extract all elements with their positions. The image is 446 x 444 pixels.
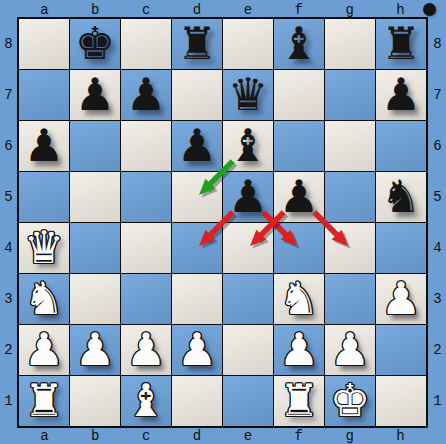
black-pawn[interactable]: ♟ xyxy=(75,70,115,120)
white-bishop[interactable]: ♝ xyxy=(126,376,166,426)
square-b5[interactable] xyxy=(70,172,120,222)
square-g1[interactable]: ♚ xyxy=(325,376,375,426)
square-d1[interactable] xyxy=(172,376,222,426)
square-h2[interactable] xyxy=(376,325,426,375)
rank-label-4-right: 4 xyxy=(429,223,446,274)
square-h4[interactable] xyxy=(376,223,426,273)
square-g2[interactable]: ♟ xyxy=(325,325,375,375)
square-c5[interactable] xyxy=(121,172,171,222)
square-b7[interactable]: ♟ xyxy=(70,70,120,120)
square-a1[interactable]: ♜ xyxy=(19,376,69,426)
square-c1[interactable]: ♝ xyxy=(121,376,171,426)
white-pawn[interactable]: ♟ xyxy=(126,325,166,375)
square-g6[interactable] xyxy=(325,121,375,171)
black-bishop[interactable]: ♝ xyxy=(228,121,268,171)
square-e2[interactable] xyxy=(223,325,273,375)
black-pawn[interactable]: ♟ xyxy=(126,70,166,120)
square-f2[interactable]: ♟ xyxy=(274,325,324,375)
square-h8[interactable]: ♜ xyxy=(376,19,426,69)
square-a2[interactable]: ♟ xyxy=(19,325,69,375)
square-c7[interactable]: ♟ xyxy=(121,70,171,120)
square-g3[interactable] xyxy=(325,274,375,324)
square-a4[interactable]: ♛ xyxy=(19,223,69,273)
file-label-a-bottom: a xyxy=(19,427,70,444)
rank-label-6-left: 6 xyxy=(0,121,17,172)
square-d3[interactable] xyxy=(172,274,222,324)
square-a8[interactable] xyxy=(19,19,69,69)
black-queen[interactable]: ♛ xyxy=(228,70,268,120)
rank-label-6-right: 6 xyxy=(429,121,446,172)
rank-labels-left: 87654321 xyxy=(0,19,17,426)
white-queen[interactable]: ♛ xyxy=(24,223,64,273)
chess-board: ♚♜♝♜♟♟♛♟♟♟♝♟♟♞♛♞♞♟♟♟♟♟♟♟♜♝♜♚ xyxy=(17,17,428,428)
black-pawn[interactable]: ♟ xyxy=(279,172,319,222)
white-knight[interactable]: ♞ xyxy=(24,274,64,324)
black-bishop[interactable]: ♝ xyxy=(279,19,319,69)
white-pawn[interactable]: ♟ xyxy=(24,325,64,375)
square-d6[interactable]: ♟ xyxy=(172,121,222,171)
square-e1[interactable] xyxy=(223,376,273,426)
file-label-h-top: h xyxy=(375,1,426,18)
square-d2[interactable]: ♟ xyxy=(172,325,222,375)
file-labels-top: abcdefgh xyxy=(19,1,426,18)
black-king[interactable]: ♚ xyxy=(75,19,115,69)
square-h3[interactable]: ♟ xyxy=(376,274,426,324)
square-d5[interactable] xyxy=(172,172,222,222)
square-c2[interactable]: ♟ xyxy=(121,325,171,375)
chess-diagram: abcdefgh 87654321 87654321 ♚♜♝♜♟♟♛♟♟♟♝♟♟… xyxy=(0,0,446,444)
square-e8[interactable] xyxy=(223,19,273,69)
square-c3[interactable] xyxy=(121,274,171,324)
rank-labels-right: 87654321 xyxy=(429,19,446,426)
black-pawn[interactable]: ♟ xyxy=(381,70,421,120)
file-label-b-top: b xyxy=(70,1,121,18)
square-g7[interactable] xyxy=(325,70,375,120)
white-knight[interactable]: ♞ xyxy=(279,274,319,324)
square-d8[interactable]: ♜ xyxy=(172,19,222,69)
file-label-d-bottom: d xyxy=(172,427,223,444)
square-c4[interactable] xyxy=(121,223,171,273)
square-h5[interactable]: ♞ xyxy=(376,172,426,222)
black-pawn[interactable]: ♟ xyxy=(177,121,217,171)
black-rook[interactable]: ♜ xyxy=(177,19,217,69)
white-pawn[interactable]: ♟ xyxy=(330,325,370,375)
square-b6[interactable] xyxy=(70,121,120,171)
square-e7[interactable]: ♛ xyxy=(223,70,273,120)
square-e3[interactable] xyxy=(223,274,273,324)
file-label-d-top: d xyxy=(172,1,223,18)
square-b2[interactable]: ♟ xyxy=(70,325,120,375)
rank-label-2-right: 2 xyxy=(429,324,446,375)
file-label-f-top: f xyxy=(273,1,324,18)
file-label-g-bottom: g xyxy=(324,427,375,444)
black-knight[interactable]: ♞ xyxy=(381,172,421,222)
rank-label-3-right: 3 xyxy=(429,273,446,324)
square-e4[interactable] xyxy=(223,223,273,273)
file-label-a-top: a xyxy=(19,1,70,18)
file-labels-bottom: abcdefgh xyxy=(19,427,426,444)
square-b3[interactable] xyxy=(70,274,120,324)
square-f8[interactable]: ♝ xyxy=(274,19,324,69)
square-d4[interactable] xyxy=(172,223,222,273)
white-king[interactable]: ♚ xyxy=(330,376,370,426)
square-a5[interactable] xyxy=(19,172,69,222)
rank-label-5-left: 5 xyxy=(0,172,17,223)
square-f4[interactable] xyxy=(274,223,324,273)
rank-label-8-right: 8 xyxy=(429,19,446,70)
white-rook[interactable]: ♜ xyxy=(24,376,64,426)
white-pawn[interactable]: ♟ xyxy=(381,274,421,324)
rank-label-1-right: 1 xyxy=(429,375,446,426)
square-e5[interactable]: ♟ xyxy=(223,172,273,222)
white-pawn[interactable]: ♟ xyxy=(279,325,319,375)
square-g4[interactable] xyxy=(325,223,375,273)
file-label-c-bottom: c xyxy=(121,427,172,444)
square-g5[interactable] xyxy=(325,172,375,222)
square-b1[interactable] xyxy=(70,376,120,426)
square-e6[interactable]: ♝ xyxy=(223,121,273,171)
square-h1[interactable] xyxy=(376,376,426,426)
rank-label-7-left: 7 xyxy=(0,70,17,121)
square-b4[interactable] xyxy=(70,223,120,273)
square-h7[interactable]: ♟ xyxy=(376,70,426,120)
square-h6[interactable] xyxy=(376,121,426,171)
square-c6[interactable] xyxy=(121,121,171,171)
square-a3[interactable]: ♞ xyxy=(19,274,69,324)
square-c8[interactable] xyxy=(121,19,171,69)
file-label-h-bottom: h xyxy=(375,427,426,444)
file-label-e-bottom: e xyxy=(223,427,274,444)
rank-label-3-left: 3 xyxy=(0,273,17,324)
white-pawn[interactable]: ♟ xyxy=(177,325,217,375)
black-pawn[interactable]: ♟ xyxy=(24,121,64,171)
square-b8[interactable]: ♚ xyxy=(70,19,120,69)
rank-label-2-left: 2 xyxy=(0,324,17,375)
square-f7[interactable] xyxy=(274,70,324,120)
rank-label-8-left: 8 xyxy=(0,19,17,70)
square-a7[interactable] xyxy=(19,70,69,120)
file-label-e-top: e xyxy=(223,1,274,18)
square-g8[interactable] xyxy=(325,19,375,69)
file-label-f-bottom: f xyxy=(273,427,324,444)
rank-label-5-right: 5 xyxy=(429,172,446,223)
square-f3[interactable]: ♞ xyxy=(274,274,324,324)
square-a6[interactable]: ♟ xyxy=(19,121,69,171)
black-pawn[interactable]: ♟ xyxy=(228,172,268,222)
rank-label-7-right: 7 xyxy=(429,70,446,121)
square-f1[interactable]: ♜ xyxy=(274,376,324,426)
white-pawn[interactable]: ♟ xyxy=(75,325,115,375)
white-rook[interactable]: ♜ xyxy=(279,376,319,426)
square-f5[interactable]: ♟ xyxy=(274,172,324,222)
rank-label-1-left: 1 xyxy=(0,375,17,426)
file-label-b-bottom: b xyxy=(70,427,121,444)
file-label-c-top: c xyxy=(121,1,172,18)
black-rook[interactable]: ♜ xyxy=(381,19,421,69)
file-label-g-top: g xyxy=(324,1,375,18)
rank-label-4-left: 4 xyxy=(0,223,17,274)
square-f6[interactable] xyxy=(274,121,324,171)
square-d7[interactable] xyxy=(172,70,222,120)
